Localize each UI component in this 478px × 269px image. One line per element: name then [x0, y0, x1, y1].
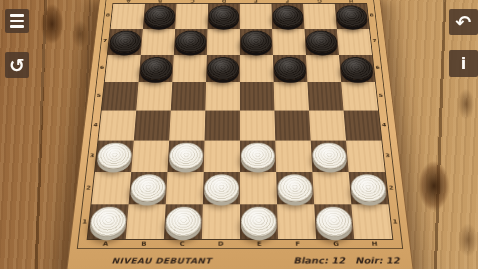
square-g6[interactable]: [306, 55, 341, 82]
piece-black[interactable]: [140, 57, 173, 80]
coord-label: B: [144, 0, 176, 3]
piece-white[interactable]: [130, 174, 166, 202]
square-g3[interactable]: [311, 140, 349, 171]
square-g5[interactable]: [307, 82, 343, 111]
white-count-label: Blanc: 12: [293, 256, 345, 265]
coord-label: A: [86, 240, 125, 248]
piece-white[interactable]: [165, 207, 202, 237]
square-b1[interactable]: [126, 205, 166, 240]
board-grid: [87, 3, 394, 240]
square-c6[interactable]: [172, 55, 207, 82]
square-g7[interactable]: [304, 29, 338, 55]
square-a8[interactable]: [111, 4, 145, 29]
square-f7[interactable]: [272, 29, 306, 55]
square-e7[interactable]: [240, 29, 273, 55]
square-f8[interactable]: [271, 4, 304, 29]
piece-black[interactable]: [207, 57, 239, 80]
square-d5[interactable]: [205, 82, 240, 111]
menu-button[interactable]: [5, 9, 29, 33]
square-c2[interactable]: [166, 172, 204, 205]
square-d8[interactable]: [208, 4, 240, 29]
square-c3[interactable]: [167, 140, 204, 171]
square-c1[interactable]: [164, 205, 203, 240]
square-g4[interactable]: [309, 111, 346, 141]
square-h7[interactable]: [337, 29, 372, 55]
coord-label: C: [176, 0, 208, 3]
piece-black[interactable]: [175, 31, 207, 53]
coord-label: H: [355, 240, 394, 248]
square-e2[interactable]: [240, 172, 277, 205]
square-a5[interactable]: [102, 82, 139, 111]
square-h4[interactable]: [344, 111, 382, 141]
undo-icon: ↶: [456, 13, 472, 32]
piece-white[interactable]: [204, 174, 239, 202]
square-b4[interactable]: [134, 111, 171, 141]
square-a2[interactable]: [91, 172, 131, 205]
info-button[interactable]: i: [449, 50, 478, 77]
piece-black[interactable]: [144, 5, 176, 26]
square-g8[interactable]: [303, 4, 337, 29]
square-f5[interactable]: [274, 82, 309, 111]
square-f6[interactable]: [273, 55, 308, 82]
piece-black[interactable]: [109, 31, 142, 53]
square-d1[interactable]: [202, 205, 240, 240]
square-d3[interactable]: [204, 140, 240, 171]
square-e5[interactable]: [240, 82, 275, 111]
coord-label: F: [272, 0, 304, 3]
square-c4[interactable]: [169, 111, 205, 141]
piece-white[interactable]: [277, 174, 313, 202]
piece-black[interactable]: [241, 31, 272, 53]
square-b7[interactable]: [141, 29, 175, 55]
piece-black[interactable]: [340, 57, 374, 80]
square-g1[interactable]: [314, 205, 354, 240]
restart-button[interactable]: ↺: [5, 52, 29, 78]
piece-black[interactable]: [209, 5, 239, 26]
piece-white[interactable]: [241, 143, 275, 170]
hamburger-menu-icon: [10, 14, 24, 28]
square-b3[interactable]: [131, 140, 169, 171]
info-icon: i: [461, 56, 466, 72]
square-b5[interactable]: [136, 82, 172, 111]
piece-black[interactable]: [274, 57, 306, 80]
square-e8[interactable]: [240, 4, 272, 29]
square-f3[interactable]: [275, 140, 312, 171]
square-e1[interactable]: [240, 205, 278, 240]
coord-label: E: [240, 0, 272, 3]
checkers-board[interactable]: ABCDEFGH 87654321 87654321 ABCDEFGH NIVE…: [66, 0, 414, 269]
square-d4[interactable]: [205, 111, 240, 141]
square-a3[interactable]: [95, 140, 134, 171]
restart-icon: ↺: [9, 56, 25, 75]
square-h3[interactable]: [346, 140, 385, 171]
file-labels-bottom: ABCDEFGH: [86, 240, 395, 248]
square-f1[interactable]: [277, 205, 316, 240]
piece-white[interactable]: [350, 174, 387, 202]
coord-label: C: [163, 240, 202, 248]
coord-label: D: [201, 240, 240, 248]
square-d2[interactable]: [203, 172, 240, 205]
piece-black[interactable]: [272, 5, 303, 26]
coord-label: A: [113, 0, 145, 3]
square-d6[interactable]: [206, 55, 240, 82]
square-d7[interactable]: [207, 29, 240, 55]
square-f2[interactable]: [276, 172, 314, 205]
file-labels-top: ABCDEFGH: [113, 0, 368, 3]
piece-counts: Blanc: 12 Noir: 12: [293, 256, 400, 265]
coord-label: G: [303, 0, 335, 3]
board-stage: ABCDEFGH 87654321 87654321 ABCDEFGH NIVE…: [66, 0, 412, 268]
coord-label: E: [240, 240, 279, 248]
piece-white[interactable]: [241, 207, 277, 237]
board-inner-frame: ABCDEFGH 87654321 87654321 ABCDEFGH: [77, 0, 403, 249]
square-g2[interactable]: [312, 172, 351, 205]
status-bar: NIVEAU DEBUTANT Blanc: 12 Noir: 12: [75, 253, 406, 268]
square-a4[interactable]: [98, 111, 136, 141]
square-c7[interactable]: [174, 29, 208, 55]
square-h5[interactable]: [341, 82, 378, 111]
piece-white[interactable]: [169, 143, 204, 170]
square-h8[interactable]: [335, 4, 369, 29]
level-label: NIVEAU DEBUTANT: [111, 256, 212, 265]
square-h2[interactable]: [349, 172, 389, 205]
square-c5[interactable]: [171, 82, 206, 111]
square-e4[interactable]: [240, 111, 275, 141]
square-b8[interactable]: [143, 4, 177, 29]
square-a7[interactable]: [108, 29, 143, 55]
square-c8[interactable]: [175, 4, 208, 29]
coord-label: F: [278, 240, 317, 248]
square-h1[interactable]: [351, 205, 392, 240]
square-b2[interactable]: [129, 172, 168, 205]
coord-label: B: [124, 240, 163, 248]
square-a6[interactable]: [105, 55, 141, 82]
square-h6[interactable]: [339, 55, 375, 82]
square-e6[interactable]: [240, 55, 274, 82]
square-a1[interactable]: [88, 205, 129, 240]
coord-label: G: [317, 240, 356, 248]
square-e3[interactable]: [240, 140, 276, 171]
piece-black[interactable]: [336, 5, 368, 26]
coord-label: D: [208, 0, 240, 3]
piece-white[interactable]: [96, 143, 132, 170]
black-count-label: Noir: 12: [355, 256, 401, 265]
coord-label: H: [335, 0, 367, 3]
undo-button[interactable]: ↶: [449, 9, 478, 35]
piece-black[interactable]: [306, 31, 338, 53]
square-f4[interactable]: [274, 111, 310, 141]
piece-white[interactable]: [312, 143, 348, 170]
square-b6[interactable]: [139, 55, 174, 82]
piece-white[interactable]: [315, 207, 352, 237]
app-screen: ABCDEFGH 87654321 87654321 ABCDEFGH NIVE…: [0, 0, 478, 269]
piece-white[interactable]: [89, 207, 127, 237]
